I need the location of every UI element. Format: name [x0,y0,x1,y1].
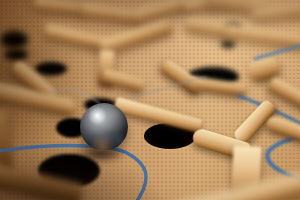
maze-hole [35,62,67,76]
maze-hole [221,40,235,48]
maze-wall [81,2,142,24]
maze-hole [0,31,28,49]
maze-board [0,0,300,200]
maze-hole [4,49,28,61]
maze-wall [265,115,300,144]
maze-wall [135,0,191,22]
maze-wall [101,68,145,93]
maze-wall [43,23,110,52]
maze-wall [225,24,300,49]
marble-ball[interactable] [80,103,128,151]
maze-wall [100,20,173,54]
maze-wall [33,0,86,16]
